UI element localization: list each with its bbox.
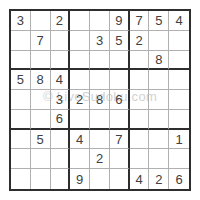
cell-r6c8[interactable]: [149, 110, 169, 130]
cell-r5c9[interactable]: [169, 90, 189, 110]
cell-r8c3[interactable]: [51, 149, 71, 169]
cell-r2c2[interactable]: 7: [31, 31, 51, 51]
cell-r1c9[interactable]: 4: [169, 11, 189, 31]
cell-r1c3[interactable]: 2: [51, 11, 71, 31]
cell-r9c2[interactable]: [31, 169, 51, 189]
cell-r7c6[interactable]: 7: [110, 130, 130, 150]
cell-r3c1[interactable]: [11, 51, 31, 71]
cell-r3c8[interactable]: 8: [149, 51, 169, 71]
cell-r7c4[interactable]: 4: [70, 130, 90, 150]
cell-r6c6[interactable]: [110, 110, 130, 130]
cell-r5c3[interactable]: 3: [51, 90, 71, 110]
cell-r7c3[interactable]: [51, 130, 71, 150]
cell-r7c5[interactable]: [90, 130, 110, 150]
cell-r7c8[interactable]: [149, 130, 169, 150]
cell-r4c8[interactable]: [149, 70, 169, 90]
cell-r6c7[interactable]: [130, 110, 150, 130]
cell-r9c5[interactable]: [90, 169, 110, 189]
cell-r4c2[interactable]: 8: [31, 70, 51, 90]
cell-r5c2[interactable]: [31, 90, 51, 110]
cell-r6c9[interactable]: [169, 110, 189, 130]
cell-r9c1[interactable]: [11, 169, 31, 189]
cell-r3c7[interactable]: [130, 51, 150, 71]
cell-r6c5[interactable]: [90, 110, 110, 130]
cell-r2c8[interactable]: [149, 31, 169, 51]
cell-r3c9[interactable]: [169, 51, 189, 71]
cell-r2c5[interactable]: 3: [90, 31, 110, 51]
cell-r9c6[interactable]: [110, 169, 130, 189]
cell-r8c1[interactable]: [11, 149, 31, 169]
cell-r7c7[interactable]: [130, 130, 150, 150]
cell-r5c4[interactable]: 2: [70, 90, 90, 110]
cell-r1c1[interactable]: 3: [11, 11, 31, 31]
sudoku-page: © LiveSudoku.com 32975473528584328665471…: [0, 0, 200, 200]
cell-r8c4[interactable]: [70, 149, 90, 169]
cell-r6c1[interactable]: [11, 110, 31, 130]
cell-r6c2[interactable]: [31, 110, 51, 130]
cell-r1c5[interactable]: [90, 11, 110, 31]
cell-r1c7[interactable]: 7: [130, 11, 150, 31]
cell-r8c6[interactable]: [110, 149, 130, 169]
cell-r3c2[interactable]: [31, 51, 51, 71]
sudoku-board: 3297547352858432866547129426: [9, 9, 191, 191]
cell-r4c1[interactable]: 5: [11, 70, 31, 90]
cell-r8c9[interactable]: [169, 149, 189, 169]
cell-r8c5[interactable]: 2: [90, 149, 110, 169]
cell-r9c7[interactable]: 4: [130, 169, 150, 189]
cell-r9c9[interactable]: 6: [169, 169, 189, 189]
cell-r4c7[interactable]: [130, 70, 150, 90]
cell-r4c3[interactable]: 4: [51, 70, 71, 90]
cell-r9c8[interactable]: 2: [149, 169, 169, 189]
cell-r9c3[interactable]: [51, 169, 71, 189]
cell-r2c1[interactable]: [11, 31, 31, 51]
cell-r3c4[interactable]: [70, 51, 90, 71]
cell-r5c1[interactable]: [11, 90, 31, 110]
cell-r5c8[interactable]: [149, 90, 169, 110]
cell-r7c2[interactable]: 5: [31, 130, 51, 150]
cell-r4c5[interactable]: [90, 70, 110, 90]
cell-r6c3[interactable]: 6: [51, 110, 71, 130]
cell-r1c4[interactable]: [70, 11, 90, 31]
cell-r4c4[interactable]: [70, 70, 90, 90]
cell-r2c3[interactable]: [51, 31, 71, 51]
cell-r7c9[interactable]: 1: [169, 130, 189, 150]
cell-r1c6[interactable]: 9: [110, 11, 130, 31]
cell-r5c6[interactable]: 6: [110, 90, 130, 110]
cell-r5c7[interactable]: [130, 90, 150, 110]
cell-r2c4[interactable]: [70, 31, 90, 51]
cell-r8c7[interactable]: [130, 149, 150, 169]
cell-r2c6[interactable]: 5: [110, 31, 130, 51]
cell-r1c2[interactable]: [31, 11, 51, 31]
cell-r3c5[interactable]: [90, 51, 110, 71]
cell-r8c8[interactable]: [149, 149, 169, 169]
cell-r4c9[interactable]: [169, 70, 189, 90]
cell-r9c4[interactable]: 9: [70, 169, 90, 189]
cell-r6c4[interactable]: [70, 110, 90, 130]
cell-r2c9[interactable]: [169, 31, 189, 51]
cell-r3c6[interactable]: [110, 51, 130, 71]
cell-r4c6[interactable]: [110, 70, 130, 90]
cell-r1c8[interactable]: 5: [149, 11, 169, 31]
cell-r5c5[interactable]: 8: [90, 90, 110, 110]
cell-r7c1[interactable]: [11, 130, 31, 150]
cell-r2c7[interactable]: 2: [130, 31, 150, 51]
cell-r3c3[interactable]: [51, 51, 71, 71]
cell-r8c2[interactable]: [31, 149, 51, 169]
